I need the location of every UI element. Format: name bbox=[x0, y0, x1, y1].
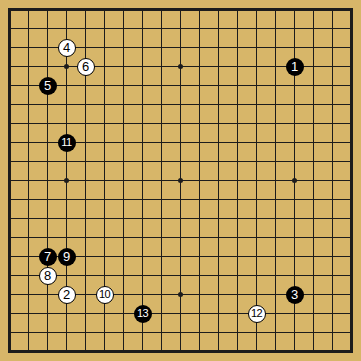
grid-line-horizontal bbox=[8, 275, 353, 276]
grid-line-horizontal bbox=[8, 237, 353, 238]
grid-line-horizontal bbox=[8, 218, 353, 219]
star-point bbox=[292, 178, 297, 183]
stone-white-2: 2 bbox=[58, 286, 76, 304]
grid-line-vertical bbox=[275, 8, 276, 353]
grid-line-horizontal bbox=[8, 332, 353, 333]
grid-line-vertical bbox=[218, 8, 219, 353]
go-board[interactable]: 12345678910111213 bbox=[0, 0, 361, 361]
stone-black-11: 11 bbox=[58, 134, 76, 152]
star-point bbox=[178, 64, 183, 69]
grid-line-horizontal bbox=[8, 313, 353, 314]
grid-line-vertical bbox=[256, 8, 257, 353]
stone-black-7: 7 bbox=[39, 248, 57, 266]
grid-line-vertical bbox=[199, 8, 200, 353]
stone-black-9: 9 bbox=[58, 248, 76, 266]
star-point bbox=[64, 64, 69, 69]
grid-line-horizontal bbox=[8, 199, 353, 200]
star-point bbox=[178, 292, 183, 297]
stone-white-12: 12 bbox=[248, 305, 266, 323]
stone-white-8: 8 bbox=[39, 267, 57, 285]
stone-black-13: 13 bbox=[134, 305, 152, 323]
grid-line-vertical bbox=[332, 8, 333, 353]
stone-black-1: 1 bbox=[286, 58, 304, 76]
stone-white-4: 4 bbox=[58, 39, 76, 57]
grid-line-vertical bbox=[313, 8, 314, 353]
stone-black-5: 5 bbox=[39, 77, 57, 95]
stone-white-6: 6 bbox=[77, 58, 95, 76]
star-point bbox=[178, 178, 183, 183]
grid-line-vertical bbox=[237, 8, 238, 353]
stone-white-10: 10 bbox=[96, 286, 114, 304]
stone-black-3: 3 bbox=[286, 286, 304, 304]
star-point bbox=[64, 178, 69, 183]
